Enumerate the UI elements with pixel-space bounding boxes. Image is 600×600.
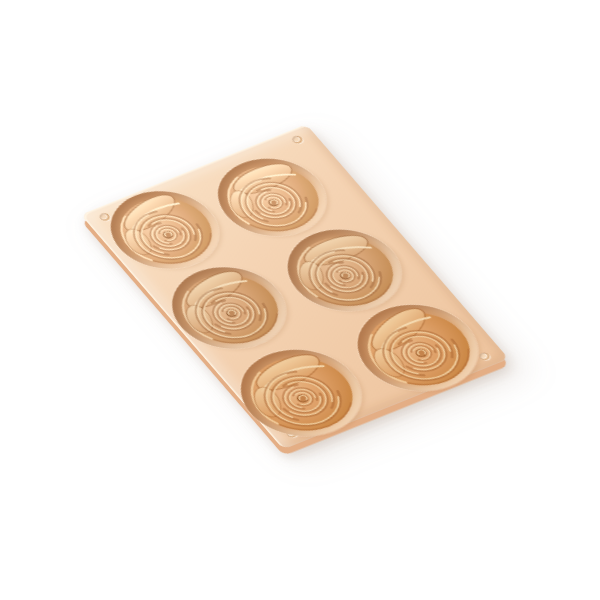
rose-relief	[156, 257, 300, 358]
rose-relief	[224, 339, 377, 446]
rose-silicone-mold	[81, 124, 509, 449]
photo-background	[0, 0, 600, 600]
rose-relief	[271, 219, 415, 320]
rose-relief	[341, 294, 494, 401]
rose-relief	[96, 182, 233, 278]
corner-nub	[290, 135, 304, 145]
